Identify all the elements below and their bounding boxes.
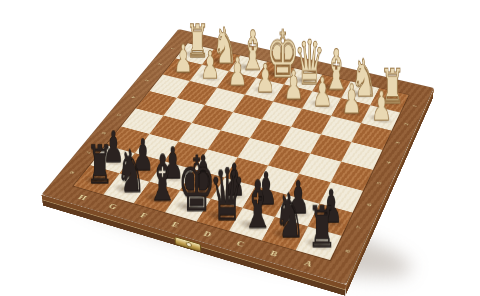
- chess-set-photo: ♜♞♝♚♛♝♞♜♟♟♟♟♟♟♟♟♟♟♟♟♟♟♟♟♜♞♝♚♛♝♞♜ HGFEDCB…: [0, 0, 480, 296]
- square-a1: ♜: [370, 88, 408, 112]
- square-h6: [106, 126, 149, 153]
- latch-knob-icon: [186, 241, 192, 248]
- white-king-e1: ♚: [266, 22, 284, 87]
- black-pawn-c7: ♟: [255, 166, 276, 211]
- rank-label-left-4: 4: [115, 88, 152, 107]
- chess-board: ♜♞♝♚♛♝♞♜♟♟♟♟♟♟♟♟♟♟♟♟♟♟♟♟♜♞♝♚♛♝♞♜ HGFEDCB…: [41, 29, 434, 285]
- white-knight-g1: ♞: [212, 21, 230, 71]
- white-bishop-f1: ♝: [239, 24, 257, 78]
- square-d4: [250, 119, 291, 145]
- perspective-wrapper: ♜♞♝♚♛♝♞♜♟♟♟♟♟♟♟♟♟♟♟♟♟♟♟♟♜♞♝♚♛♝♞♜ HGFEDCB…: [100, 0, 400, 288]
- white-rook-a1: ♜: [380, 62, 399, 110]
- white-knight-b1: ♞: [351, 53, 370, 105]
- square-a6: [320, 182, 363, 213]
- white-queen-d1: ♛: [294, 32, 312, 93]
- brass-latch: [175, 236, 202, 252]
- white-rook-h1: ♜: [186, 18, 204, 64]
- white-bishop-c1: ♝: [322, 43, 341, 99]
